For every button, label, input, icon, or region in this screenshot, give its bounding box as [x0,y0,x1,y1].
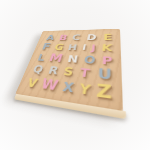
letter-piece-b[interactable]: B [58,34,68,41]
letter-piece-k[interactable]: K [101,43,113,53]
letter-piece-f[interactable]: F [41,42,52,51]
letter-piece-y[interactable]: Y [78,82,92,97]
letter-piece-a[interactable]: A [45,34,55,41]
letter-piece-l[interactable]: L [36,53,46,62]
letter-piece-c[interactable]: C [72,33,82,41]
letter-piece-t[interactable]: T [79,67,91,80]
board-row-1: ABCDE [42,32,115,42]
letter-piece-d[interactable]: D [86,33,97,41]
letter-piece-n[interactable]: N [67,54,79,64]
letter-piece-r[interactable]: R [47,65,60,77]
letter-piece-j[interactable]: J [91,43,96,51]
letter-piece-o[interactable]: O [83,54,96,65]
letter-piece-h[interactable]: H [67,43,78,51]
photo-background: ABCDEFGHIJKLMNOPQRSTUVWXYZ [0,0,150,150]
puzzle-board: ABCDEFGHIJKLMNOPQRSTUVWXYZ [15,29,123,112]
letter-piece-q[interactable]: Q [32,64,45,75]
letter-piece-m[interactable]: M [48,52,65,64]
letter-piece-p[interactable]: P [101,55,112,66]
letter-piece-v[interactable]: V [25,77,38,89]
letter-piece-w[interactable]: W [39,77,60,93]
letter-piece-x[interactable]: X [61,80,74,94]
letter-piece-i[interactable]: I [82,44,88,52]
letter-piece-g[interactable]: G [53,43,65,52]
letter-piece-z[interactable]: Z [96,82,113,102]
letter-piece-s[interactable]: S [63,66,75,78]
letter-piece-e[interactable]: E [103,33,112,41]
